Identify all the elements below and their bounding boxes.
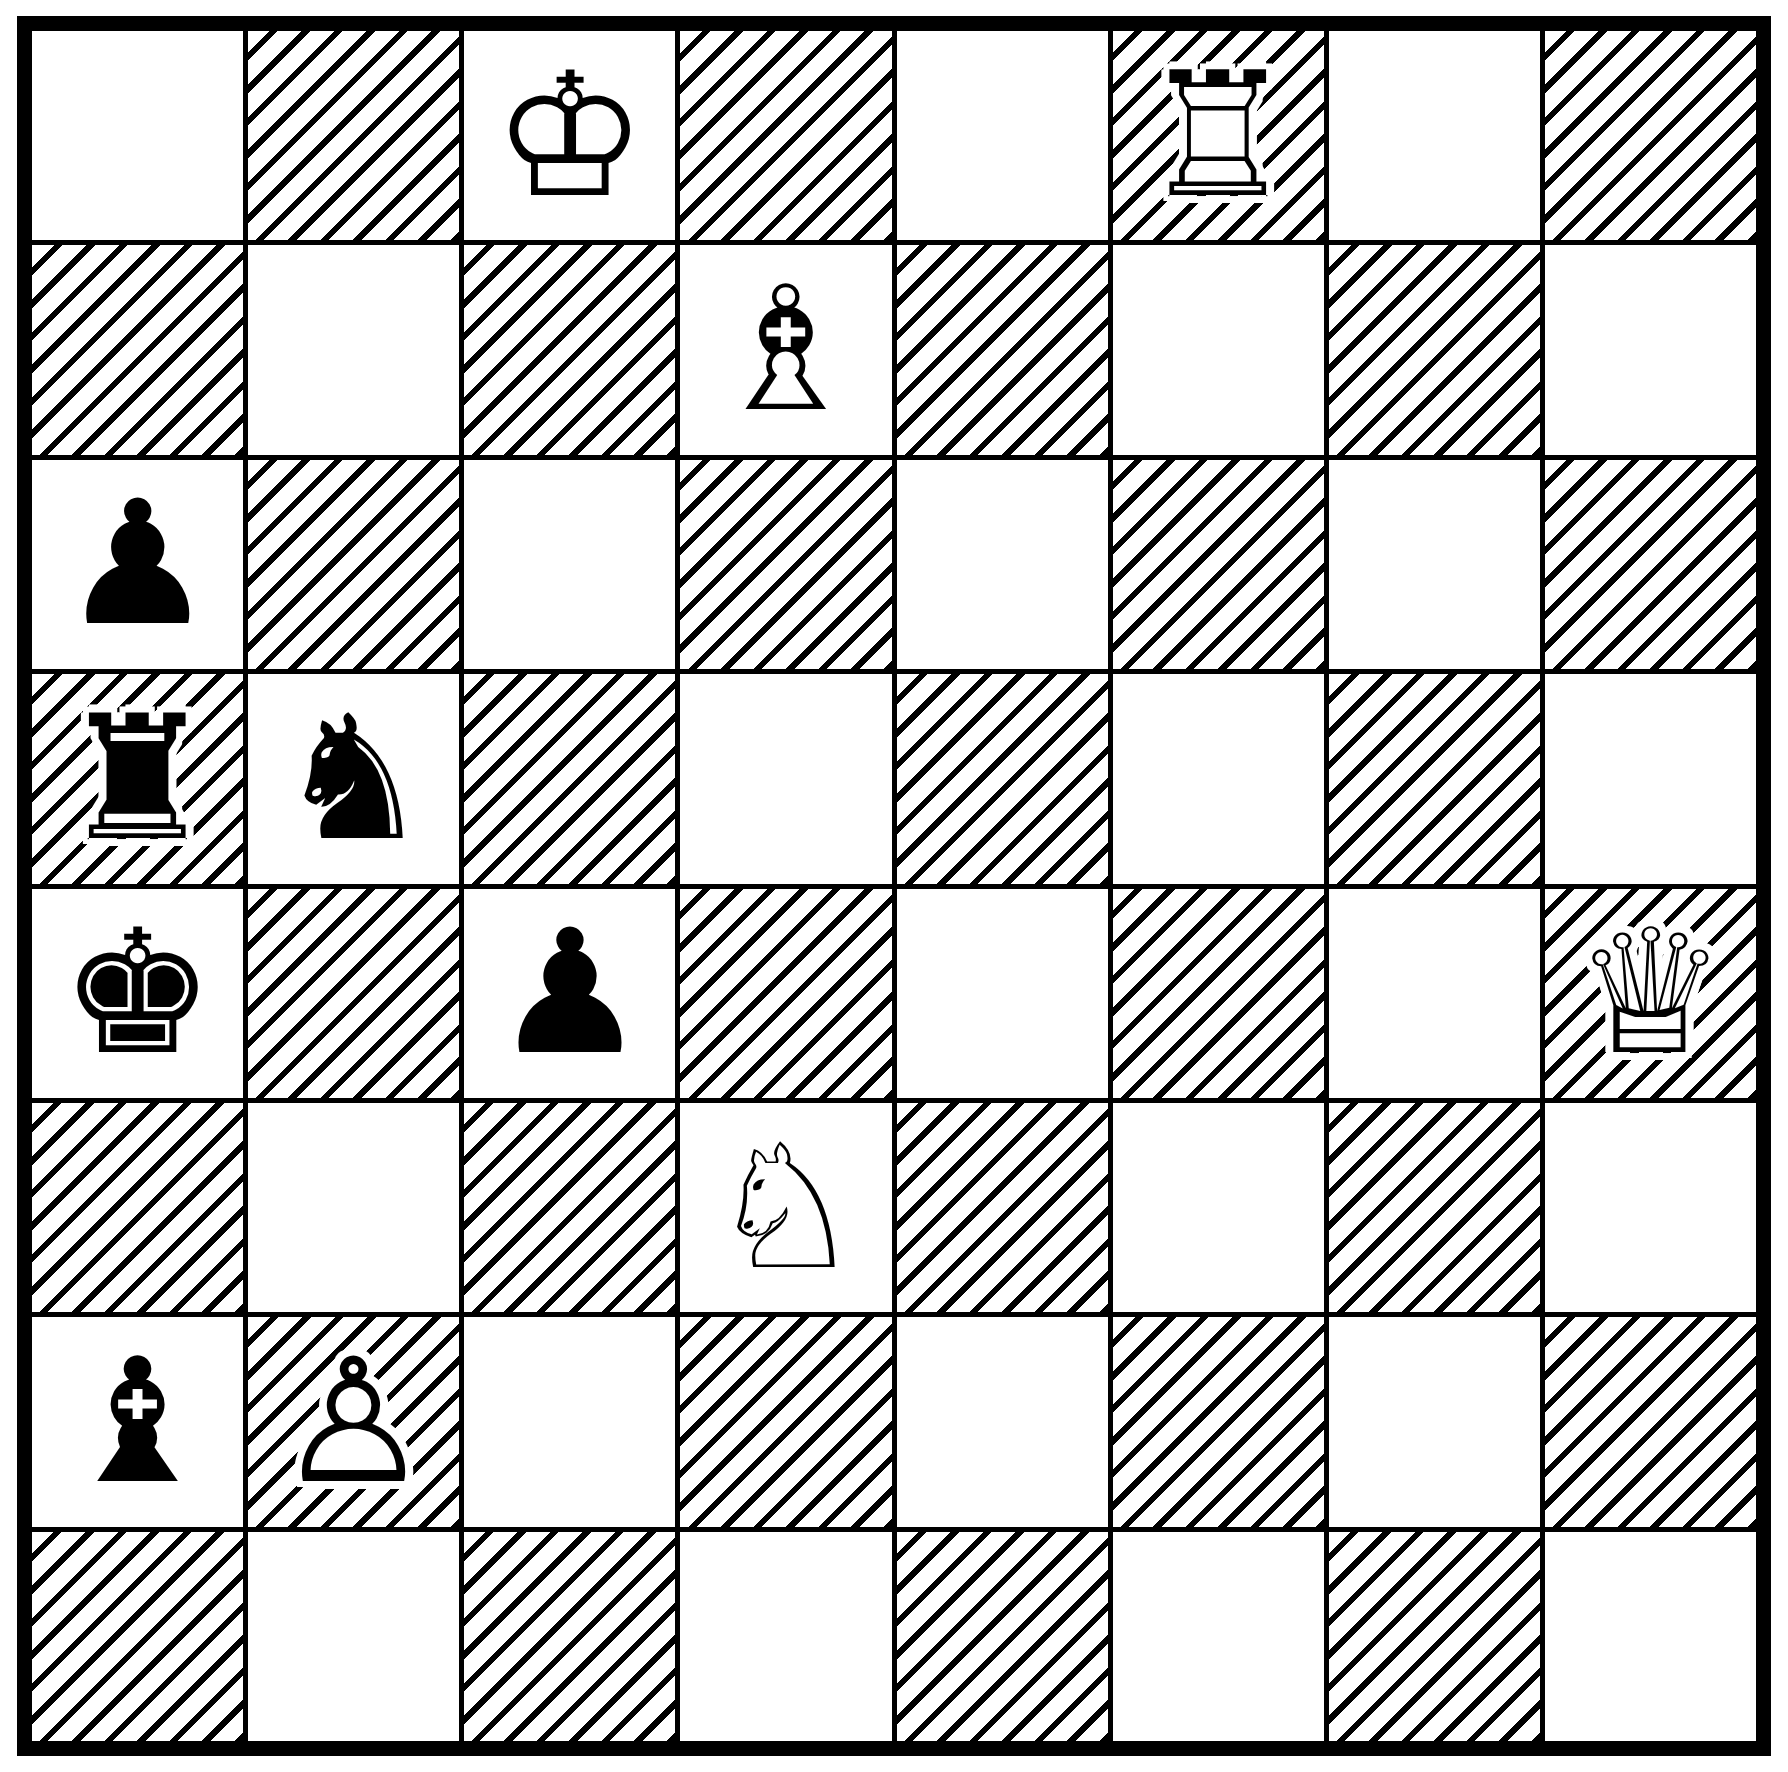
black-king-icon: ♚♚: [32, 889, 243, 1098]
square-d8[interactable]: [680, 31, 891, 240]
white-pawn-icon: ♟♙: [248, 1317, 459, 1526]
square-c7[interactable]: [464, 245, 675, 454]
square-a7[interactable]: [32, 245, 243, 454]
square-a5[interactable]: ♜♜: [32, 674, 243, 883]
square-e5[interactable]: [897, 674, 1108, 883]
square-f3[interactable]: [1113, 1103, 1324, 1312]
square-b3[interactable]: [248, 1103, 459, 1312]
white-queen-glyph: ♕: [1573, 907, 1727, 1079]
black-pawn-icon: ♟♟: [464, 889, 675, 1098]
square-f7[interactable]: [1113, 245, 1324, 454]
square-h5[interactable]: [1545, 674, 1756, 883]
square-c4[interactable]: ♟♟: [464, 889, 675, 1098]
square-c8[interactable]: ♚♔: [464, 31, 675, 240]
white-bishop-glyph: ♗: [709, 264, 863, 436]
chess-diagram-page: ♚♔♜♖♝♗♟♟♜♜♞♞♚♚♟♟♛♕♞♘♝♝♟♙: [0, 0, 1788, 1772]
square-a6[interactable]: ♟♟: [32, 460, 243, 669]
square-a3[interactable]: [32, 1103, 243, 1312]
square-h3[interactable]: [1545, 1103, 1756, 1312]
square-d5[interactable]: [680, 674, 891, 883]
square-c3[interactable]: [464, 1103, 675, 1312]
square-d6[interactable]: [680, 460, 891, 669]
white-rook-icon: ♜♖: [1113, 31, 1324, 240]
white-knight-icon: ♞♘: [680, 1103, 891, 1312]
white-rook-glyph: ♖: [1141, 50, 1295, 222]
square-g4[interactable]: [1329, 889, 1540, 1098]
black-bishop-glyph: ♝: [60, 1336, 214, 1508]
square-b8[interactable]: [248, 31, 459, 240]
square-f2[interactable]: [1113, 1317, 1324, 1526]
square-b1[interactable]: [248, 1532, 459, 1741]
square-h6[interactable]: [1545, 460, 1756, 669]
square-e8[interactable]: [897, 31, 1108, 240]
white-king-icon: ♚♔: [464, 31, 675, 240]
black-pawn-glyph: ♟: [60, 478, 214, 650]
square-h8[interactable]: [1545, 31, 1756, 240]
square-b7[interactable]: [248, 245, 459, 454]
square-f5[interactable]: [1113, 674, 1324, 883]
square-a4[interactable]: ♚♚: [32, 889, 243, 1098]
square-f8[interactable]: ♜♖: [1113, 31, 1324, 240]
square-e4[interactable]: [897, 889, 1108, 1098]
square-g3[interactable]: [1329, 1103, 1540, 1312]
square-a1[interactable]: [32, 1532, 243, 1741]
square-h4[interactable]: ♛♕: [1545, 889, 1756, 1098]
white-knight-glyph: ♘: [709, 1122, 863, 1294]
square-h2[interactable]: [1545, 1317, 1756, 1526]
square-b4[interactable]: [248, 889, 459, 1098]
square-h1[interactable]: [1545, 1532, 1756, 1741]
square-f1[interactable]: [1113, 1532, 1324, 1741]
square-d7[interactable]: ♝♗: [680, 245, 891, 454]
square-b5[interactable]: ♞♞: [248, 674, 459, 883]
black-rook-icon: ♜♜: [32, 674, 243, 883]
white-queen-icon: ♛♕: [1545, 889, 1756, 1098]
square-a8[interactable]: [32, 31, 243, 240]
black-knight-glyph: ♞: [277, 693, 431, 865]
square-c6[interactable]: [464, 460, 675, 669]
square-c2[interactable]: [464, 1317, 675, 1526]
square-g8[interactable]: [1329, 31, 1540, 240]
black-knight-icon: ♞♞: [248, 674, 459, 883]
square-a2[interactable]: ♝♝: [32, 1317, 243, 1526]
black-bishop-icon: ♝♝: [32, 1317, 243, 1526]
black-pawn-glyph: ♟: [493, 907, 647, 1079]
square-e6[interactable]: [897, 460, 1108, 669]
white-pawn-glyph: ♙: [277, 1336, 431, 1508]
square-d4[interactable]: [680, 889, 891, 1098]
square-f6[interactable]: [1113, 460, 1324, 669]
square-e1[interactable]: [897, 1532, 1108, 1741]
square-b6[interactable]: [248, 460, 459, 669]
square-g7[interactable]: [1329, 245, 1540, 454]
square-d3[interactable]: ♞♘: [680, 1103, 891, 1312]
black-king-glyph: ♚: [60, 907, 214, 1079]
square-g6[interactable]: [1329, 460, 1540, 669]
square-g5[interactable]: [1329, 674, 1540, 883]
white-bishop-icon: ♝♗: [680, 245, 891, 454]
square-e2[interactable]: [897, 1317, 1108, 1526]
square-c5[interactable]: [464, 674, 675, 883]
square-d2[interactable]: [680, 1317, 891, 1526]
square-b2[interactable]: ♟♙: [248, 1317, 459, 1526]
white-king-glyph: ♔: [493, 50, 647, 222]
square-e7[interactable]: [897, 245, 1108, 454]
chess-board: ♚♔♜♖♝♗♟♟♜♜♞♞♚♚♟♟♛♕♞♘♝♝♟♙: [17, 16, 1771, 1756]
black-pawn-icon: ♟♟: [32, 460, 243, 669]
square-e3[interactable]: [897, 1103, 1108, 1312]
square-h7[interactable]: [1545, 245, 1756, 454]
square-g1[interactable]: [1329, 1532, 1540, 1741]
square-g2[interactable]: [1329, 1317, 1540, 1526]
square-c1[interactable]: [464, 1532, 675, 1741]
black-rook-glyph: ♜: [60, 693, 214, 865]
square-f4[interactable]: [1113, 889, 1324, 1098]
square-d1[interactable]: [680, 1532, 891, 1741]
